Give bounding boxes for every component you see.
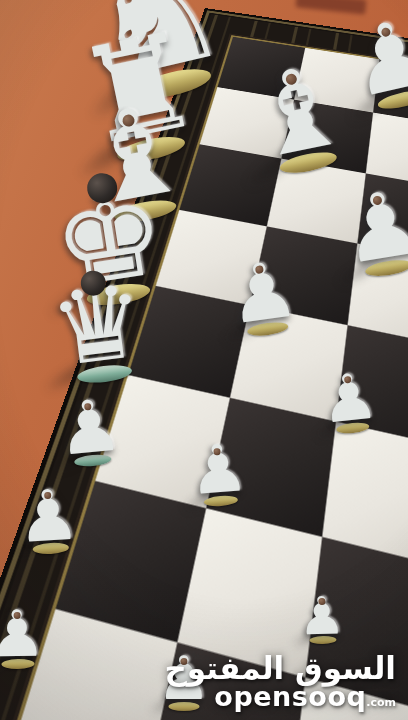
bishop-glyph: ♝ — [237, 46, 358, 176]
pawn-piece: ♟ — [0, 602, 37, 667]
opensooq-watermark: السوق المفتوح opensooq.com — [164, 652, 396, 710]
queen-piece: ♛ — [58, 269, 137, 381]
pawn-piece: ♟ — [195, 436, 242, 505]
pawn-glyph: ♟ — [317, 363, 381, 433]
pawn-piece: ♟ — [304, 590, 338, 643]
pawn-glyph: ♟ — [340, 4, 408, 112]
pawn-piece: ♟ — [63, 389, 115, 465]
piece-finial-tip — [43, 492, 50, 499]
pawn-glyph: ♟ — [223, 249, 303, 336]
bishop-piece: ♝ — [251, 49, 344, 173]
pieces-layer: ♞♜♝♚♛♟♟♟♝♟♟♟♟♟♟♟ — [0, 0, 408, 720]
pawn-glyph: ♟ — [335, 176, 408, 278]
pawn-glyph: ♟ — [54, 388, 125, 466]
piece-finial-tip — [343, 376, 351, 384]
pawn-glyph: ♟ — [186, 435, 250, 505]
watermark-latin-text: opensooq.com — [214, 683, 396, 710]
watermark-tld: .com — [366, 696, 396, 709]
photo-scene: ♞♜♝♚♛♟♟♟♝♟♟♟♟♟♟♟ السوق المفتوح opensooq.… — [0, 0, 408, 720]
watermark-brand: opensooq — [214, 681, 366, 712]
pawn-glyph: ♟ — [0, 602, 46, 667]
piece-finial-tip — [317, 598, 324, 605]
pawn-piece: ♟ — [23, 480, 72, 553]
pawn-piece: ♟ — [352, 7, 408, 110]
pawn-piece: ♟ — [232, 250, 292, 334]
pawn-piece: ♟ — [346, 177, 408, 275]
pawn-glyph: ♟ — [15, 479, 82, 553]
pawn-piece: ♟ — [325, 364, 372, 432]
piece-finial-tip — [13, 612, 20, 619]
